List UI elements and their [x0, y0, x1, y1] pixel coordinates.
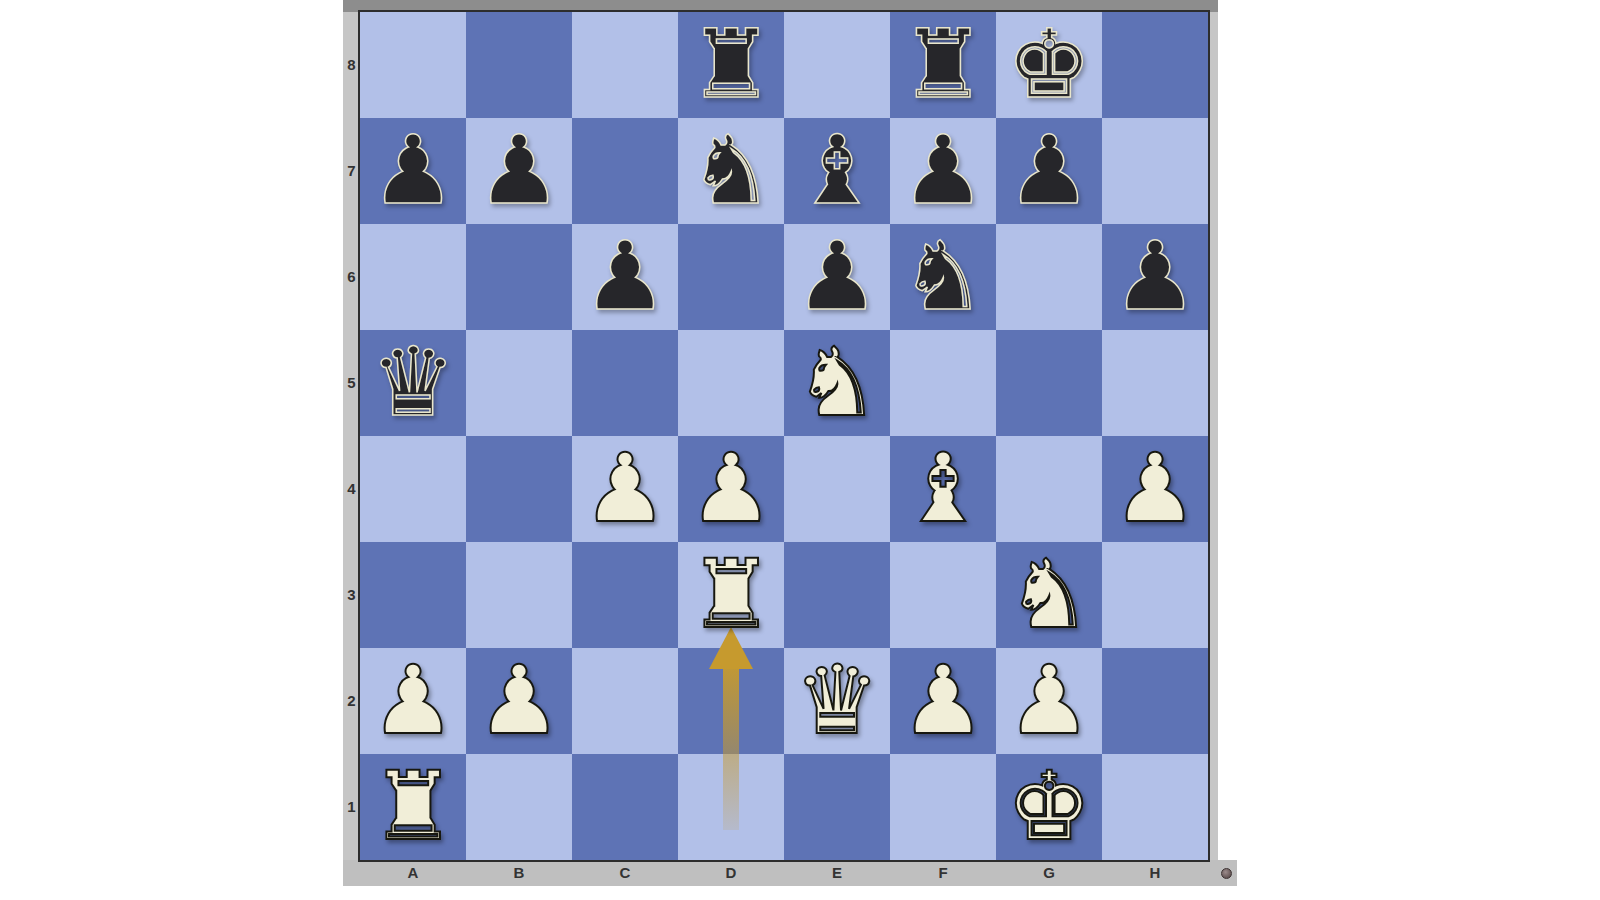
- rank-label-4: 4: [343, 436, 360, 542]
- piece-white-pawn-b2[interactable]: ♟: [466, 648, 572, 754]
- piece-black-knight-d7[interactable]: ♞: [678, 118, 784, 224]
- piece-white-queen-e2[interactable]: ♛: [784, 648, 890, 754]
- file-label-a: A: [360, 860, 466, 886]
- file-label-b: B: [466, 860, 572, 886]
- board-frame-right: [1208, 12, 1218, 860]
- piece-black-king-g8[interactable]: ♚: [996, 12, 1102, 118]
- file-label-c: C: [572, 860, 678, 886]
- piece-black-pawn-g7[interactable]: ♟: [996, 118, 1102, 224]
- piece-white-knight-e5[interactable]: ♞: [784, 330, 890, 436]
- piece-white-pawn-d4[interactable]: ♟: [678, 436, 784, 542]
- chess-board: ♜♜♚♟♟♞♝♟♟♟♟♞♟♛♞♟♟♝♟♜♞♟♟♛♟♟♜♚: [360, 12, 1208, 860]
- piece-layer: ♜♜♚♟♟♞♝♟♟♟♟♞♟♛♞♟♟♝♟♜♞♟♟♛♟♟♜♚: [360, 12, 1208, 860]
- file-label-f: F: [890, 860, 996, 886]
- rank-label-7: 7: [343, 118, 360, 224]
- piece-black-queen-a5[interactable]: ♛: [360, 330, 466, 436]
- piece-black-rook-d8[interactable]: ♜: [678, 12, 784, 118]
- piece-white-knight-g3[interactable]: ♞: [996, 542, 1102, 648]
- rank-label-3: 3: [343, 542, 360, 648]
- rank-label-6: 6: [343, 224, 360, 330]
- piece-white-pawn-c4[interactable]: ♟: [572, 436, 678, 542]
- piece-black-pawn-c6[interactable]: ♟: [572, 224, 678, 330]
- rank-label-2: 2: [343, 648, 360, 754]
- piece-black-pawn-e6[interactable]: ♟: [784, 224, 890, 330]
- piece-black-pawn-h6[interactable]: ♟: [1102, 224, 1208, 330]
- rank-coordinates-strip: 87654321: [343, 12, 360, 860]
- piece-white-pawn-a2[interactable]: ♟: [360, 648, 466, 754]
- file-label-e: E: [784, 860, 890, 886]
- rank-label-1: 1: [343, 754, 360, 860]
- corner-dot-icon: [1221, 868, 1232, 879]
- piece-black-pawn-f7[interactable]: ♟: [890, 118, 996, 224]
- piece-white-rook-a1[interactable]: ♜: [360, 754, 466, 860]
- piece-black-pawn-a7[interactable]: ♟: [360, 118, 466, 224]
- piece-white-pawn-h4[interactable]: ♟: [1102, 436, 1208, 542]
- rank-label-8: 8: [343, 12, 360, 118]
- file-label-h: H: [1102, 860, 1208, 886]
- rank-label-5: 5: [343, 330, 360, 436]
- piece-white-pawn-g2[interactable]: ♟: [996, 648, 1102, 754]
- file-coordinates-strip: ABCDEFGH: [343, 860, 1237, 886]
- file-label-g: G: [996, 860, 1102, 886]
- piece-white-rook-d3[interactable]: ♜: [678, 542, 784, 648]
- piece-black-knight-f6[interactable]: ♞: [890, 224, 996, 330]
- piece-black-bishop-e7[interactable]: ♝: [784, 118, 890, 224]
- piece-black-rook-f8[interactable]: ♜: [890, 12, 996, 118]
- file-label-d: D: [678, 860, 784, 886]
- piece-black-pawn-b7[interactable]: ♟: [466, 118, 572, 224]
- piece-white-king-g1[interactable]: ♚: [996, 754, 1102, 860]
- piece-white-bishop-f4[interactable]: ♝: [890, 436, 996, 542]
- piece-white-pawn-f2[interactable]: ♟: [890, 648, 996, 754]
